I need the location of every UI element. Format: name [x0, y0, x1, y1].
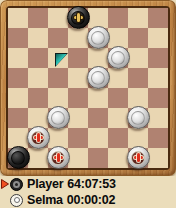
- square-r6c6: [128, 128, 148, 148]
- player-clock: 64:07:53: [67, 177, 115, 191]
- white-man-piece[interactable]: [47, 106, 70, 129]
- black-piece-icon: [10, 178, 23, 191]
- square-r0c7[interactable]: [148, 8, 168, 28]
- square-r1c3: [68, 28, 88, 48]
- square-r0c4: [88, 8, 108, 28]
- status-bar: Player64:07:53 Selma00:00:02: [0, 176, 176, 208]
- square-r1c6[interactable]: [128, 28, 148, 48]
- square-r5c1: [28, 108, 48, 128]
- square-r2c0: [8, 48, 28, 68]
- player-status-text: Player64:07:53: [27, 177, 116, 191]
- player-name: Player: [27, 177, 63, 191]
- square-r0c3[interactable]: [68, 8, 88, 28]
- square-r2c5[interactable]: [108, 48, 128, 68]
- white-king-piece[interactable]: [47, 146, 70, 169]
- square-r7c6[interactable]: [128, 148, 148, 168]
- square-r5c6[interactable]: [128, 108, 148, 128]
- square-r7c2[interactable]: [48, 148, 68, 168]
- white-man-piece[interactable]: [127, 106, 150, 129]
- square-r1c7: [148, 28, 168, 48]
- square-r2c1[interactable]: [28, 48, 48, 68]
- square-r4c0: [8, 88, 28, 108]
- crown-icon: [54, 153, 63, 162]
- square-r7c0[interactable]: [8, 148, 28, 168]
- black-king-piece[interactable]: [67, 6, 90, 29]
- square-r4c3[interactable]: [68, 88, 88, 108]
- crown-icon: [74, 13, 83, 22]
- square-r0c1[interactable]: [28, 8, 48, 28]
- square-r4c4: [88, 88, 108, 108]
- square-r6c2: [48, 128, 68, 148]
- square-r5c7: [148, 108, 168, 128]
- square-r1c1: [28, 28, 48, 48]
- white-man-piece[interactable]: [87, 66, 110, 89]
- turn-indicator-icon: [0, 179, 10, 189]
- square-r0c2: [48, 8, 68, 28]
- square-r5c5: [108, 108, 128, 128]
- white-man-piece[interactable]: [107, 46, 130, 69]
- square-r3c6[interactable]: [128, 68, 148, 88]
- square-r4c7[interactable]: [148, 88, 168, 108]
- square-r1c4[interactable]: [88, 28, 108, 48]
- game-window: Player64:07:53 Selma00:00:02: [0, 0, 176, 208]
- white-piece-icon: [10, 194, 23, 207]
- square-r2c4: [88, 48, 108, 68]
- square-r2c2: [48, 48, 68, 68]
- square-r5c0[interactable]: [8, 108, 28, 128]
- opponent-row: Selma00:00:02: [0, 192, 176, 208]
- square-r6c4: [88, 128, 108, 148]
- square-r7c3: [68, 148, 88, 168]
- opponent-status-text: Selma00:00:02: [27, 193, 115, 207]
- square-r0c5[interactable]: [108, 8, 128, 28]
- square-r5c4[interactable]: [88, 108, 108, 128]
- white-man-piece[interactable]: [87, 26, 110, 49]
- square-r7c5: [108, 148, 128, 168]
- square-r4c5[interactable]: [108, 88, 128, 108]
- crown-icon: [34, 133, 43, 142]
- square-r3c5: [108, 68, 128, 88]
- square-r3c7: [148, 68, 168, 88]
- checkers-board: [8, 8, 168, 168]
- opponent-clock: 00:00:02: [67, 193, 115, 207]
- selection-cursor-icon: [55, 53, 68, 67]
- square-r0c0: [8, 8, 28, 28]
- square-r6c1[interactable]: [28, 128, 48, 148]
- square-r2c3[interactable]: [68, 48, 88, 68]
- white-king-piece[interactable]: [127, 146, 150, 169]
- square-r4c6: [128, 88, 148, 108]
- black-man-piece[interactable]: [7, 146, 30, 169]
- square-r6c5[interactable]: [108, 128, 128, 148]
- player-row: Player64:07:53: [0, 176, 176, 192]
- square-r7c4[interactable]: [88, 148, 108, 168]
- square-r0c6: [128, 8, 148, 28]
- square-r3c1: [28, 68, 48, 88]
- white-king-piece[interactable]: [27, 126, 50, 149]
- square-r3c3: [68, 68, 88, 88]
- square-r3c4[interactable]: [88, 68, 108, 88]
- crown-icon: [134, 153, 143, 162]
- square-r7c1: [28, 148, 48, 168]
- square-r2c7[interactable]: [148, 48, 168, 68]
- square-r6c7[interactable]: [148, 128, 168, 148]
- square-r4c2: [48, 88, 68, 108]
- square-r5c2[interactable]: [48, 108, 68, 128]
- square-r3c2[interactable]: [48, 68, 68, 88]
- square-r6c3[interactable]: [68, 128, 88, 148]
- square-r6c0: [8, 128, 28, 148]
- square-r4c1[interactable]: [28, 88, 48, 108]
- square-r5c3: [68, 108, 88, 128]
- square-r1c0[interactable]: [8, 28, 28, 48]
- square-r1c5: [108, 28, 128, 48]
- square-r2c6: [128, 48, 148, 68]
- square-r1c2[interactable]: [48, 28, 68, 48]
- square-r3c0[interactable]: [8, 68, 28, 88]
- opponent-name: Selma: [27, 193, 63, 207]
- square-r7c7: [148, 148, 168, 168]
